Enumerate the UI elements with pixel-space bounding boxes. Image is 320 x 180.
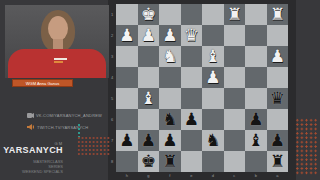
- square-e8[interactable]: [181, 151, 203, 172]
- square-g8[interactable]: ♚: [138, 151, 160, 172]
- webcam-video: [5, 5, 109, 78]
- square-b4[interactable]: [245, 67, 267, 88]
- square-f3[interactable]: ♞: [159, 46, 181, 67]
- file-label-d: d: [202, 171, 224, 180]
- rank-label-4: 4: [108, 67, 116, 88]
- square-e2[interactable]: ♛: [181, 25, 203, 46]
- square-e3[interactable]: [181, 46, 203, 67]
- file-label-f: f: [159, 171, 181, 180]
- social-link-vk[interactable]: VK.COM/YARSANYCH_ANDREW: [27, 113, 102, 118]
- social-link-vk-text: VK.COM/YARSANYCH_ANDREW: [36, 113, 102, 118]
- square-f2[interactable]: ♟: [159, 25, 181, 46]
- square-a4[interactable]: [267, 67, 289, 88]
- square-f4[interactable]: [159, 67, 181, 88]
- square-e6[interactable]: ♟: [181, 109, 203, 130]
- square-h6[interactable]: [116, 109, 138, 130]
- square-b8[interactable]: [245, 151, 267, 172]
- black-rook: ♜: [162, 153, 177, 170]
- rank-label-3: 3: [108, 46, 116, 67]
- streamer-face: [48, 16, 68, 41]
- black-pawn: ♟: [162, 132, 177, 149]
- white-bishop: ♝: [205, 48, 220, 65]
- square-c4[interactable]: [224, 67, 246, 88]
- video-camera-icon: [27, 113, 34, 118]
- dot-grid-decoration-right: [295, 118, 318, 175]
- square-a2[interactable]: [267, 25, 289, 46]
- streamer-name: YARSANYCH: [3, 145, 63, 155]
- white-rook: ♜: [270, 6, 285, 23]
- square-h2[interactable]: ♟: [116, 25, 138, 46]
- white-pawn: ♟: [162, 27, 177, 44]
- rank-label-1: 1: [108, 4, 116, 25]
- black-rook: ♜: [270, 153, 285, 170]
- square-c1[interactable]: ♜: [224, 4, 246, 25]
- white-pawn: ♟: [141, 27, 156, 44]
- square-b6[interactable]: ♟: [245, 109, 267, 130]
- square-f6[interactable]: ♞: [159, 109, 181, 130]
- black-pawn: ♟: [119, 132, 134, 149]
- file-label-h: h: [116, 171, 138, 180]
- square-f1[interactable]: [159, 4, 181, 25]
- square-h8[interactable]: [116, 151, 138, 172]
- square-g7[interactable]: ♟: [138, 130, 160, 151]
- black-pawn: ♟: [248, 111, 263, 128]
- square-d7[interactable]: ♞: [202, 130, 224, 151]
- white-queen: ♛: [184, 27, 199, 44]
- square-d3[interactable]: ♝: [202, 46, 224, 67]
- white-bishop: ♝: [141, 90, 156, 107]
- square-g3[interactable]: [138, 46, 160, 67]
- name-banner-text: WGM Anna Ganus: [26, 81, 59, 86]
- square-c7[interactable]: [224, 130, 246, 151]
- square-h7[interactable]: ♟: [116, 130, 138, 151]
- detail-line: WEEKEND SPECIALS: [22, 169, 63, 174]
- square-d5[interactable]: [202, 88, 224, 109]
- square-c2[interactable]: [224, 25, 246, 46]
- black-queen: ♛: [270, 90, 285, 107]
- rank-label-2: 2: [108, 25, 116, 46]
- black-pawn: ♟: [184, 111, 199, 128]
- file-labels: hgfedcba: [116, 171, 288, 180]
- square-e1[interactable]: [181, 4, 203, 25]
- square-h3[interactable]: [116, 46, 138, 67]
- black-pawn: ♟: [141, 132, 156, 149]
- square-h4[interactable]: [116, 67, 138, 88]
- square-f5[interactable]: [159, 88, 181, 109]
- square-a6[interactable]: [267, 109, 289, 130]
- square-a7[interactable]: ♟: [267, 130, 289, 151]
- square-a8[interactable]: ♜: [267, 151, 289, 172]
- file-label-b: b: [245, 171, 267, 180]
- square-d8[interactable]: [202, 151, 224, 172]
- square-b1[interactable]: [245, 4, 267, 25]
- square-c6[interactable]: [224, 109, 246, 130]
- file-label-g: g: [138, 171, 160, 180]
- square-g1[interactable]: ♚: [138, 4, 160, 25]
- board: ♚♜♜♟♟♟♛♞♝♟♟♝♛♞♟♟♟♟♟♞♝♟♚♜♜: [116, 4, 288, 172]
- white-pawn: ♟: [270, 48, 285, 65]
- stream-frame: 12345678 hgfedcba ♚♜♜♟♟♟♛♞♝♟♟♝♛♞♟♟♟♟♟♞♝♟…: [0, 0, 320, 180]
- square-g6[interactable]: [138, 109, 160, 130]
- square-h5[interactable]: [116, 88, 138, 109]
- square-b7[interactable]: ♝: [245, 130, 267, 151]
- square-d1[interactable]: [202, 4, 224, 25]
- social-link-twitch-text: TWITCH.TV/YARSANYCH: [37, 125, 88, 130]
- square-g2[interactable]: ♟: [138, 25, 160, 46]
- square-g4[interactable]: [138, 67, 160, 88]
- white-pawn: ♟: [205, 69, 220, 86]
- streamer-details: MASTERCLASS SERIES WEEKEND SPECIALS: [22, 159, 63, 174]
- megaphone-icon: [27, 124, 35, 130]
- square-b5[interactable]: [245, 88, 267, 109]
- shirt-logo: [54, 58, 68, 64]
- black-knight: ♞: [162, 111, 177, 128]
- square-e4[interactable]: [181, 67, 203, 88]
- file-label-e: e: [181, 171, 203, 180]
- square-a5[interactable]: ♛: [267, 88, 289, 109]
- square-g5[interactable]: ♝: [138, 88, 160, 109]
- dot-grid-decoration-left: [77, 136, 110, 156]
- square-c3[interactable]: [224, 46, 246, 67]
- file-label-a: a: [267, 171, 289, 180]
- black-pawn: ♟: [270, 132, 285, 149]
- file-label-c: c: [224, 171, 246, 180]
- white-knight: ♞: [162, 48, 177, 65]
- white-rook: ♜: [227, 6, 242, 23]
- black-knight: ♞: [205, 132, 220, 149]
- square-d4[interactable]: ♟: [202, 67, 224, 88]
- square-c5[interactable]: [224, 88, 246, 109]
- square-a3[interactable]: ♟: [267, 46, 289, 67]
- white-king: ♚: [141, 6, 156, 23]
- black-king: ♚: [141, 153, 156, 170]
- name-banner: WGM Anna Ganus: [12, 79, 73, 87]
- square-d6[interactable]: [202, 109, 224, 130]
- square-e7[interactable]: [181, 130, 203, 151]
- square-a1[interactable]: ♜: [267, 4, 289, 25]
- square-f8[interactable]: ♜: [159, 151, 181, 172]
- black-bishop: ♝: [248, 132, 263, 149]
- square-e5[interactable]: [181, 88, 203, 109]
- rank-label-6: 6: [108, 109, 116, 130]
- square-f7[interactable]: ♟: [159, 130, 181, 151]
- square-d2[interactable]: [202, 25, 224, 46]
- square-b3[interactable]: [245, 46, 267, 67]
- square-c8[interactable]: [224, 151, 246, 172]
- white-pawn: ♟: [119, 27, 134, 44]
- square-h1[interactable]: [116, 4, 138, 25]
- square-b2[interactable]: [245, 25, 267, 46]
- rank-label-5: 5: [108, 88, 116, 109]
